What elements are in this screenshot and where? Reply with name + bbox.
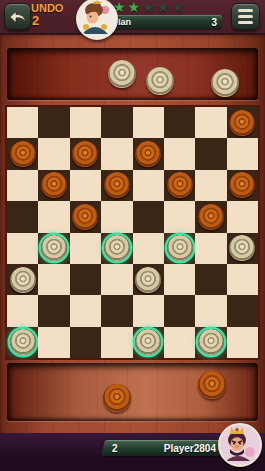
board-cell <box>164 327 195 358</box>
king-avatar-art <box>220 425 256 461</box>
board-cell[interactable] <box>164 233 195 264</box>
orange-checker[interactable] <box>167 172 193 198</box>
orange-checker[interactable] <box>72 141 98 167</box>
opponent-star-rating: ★★★★★ <box>113 0 186 14</box>
captured-cream-checker <box>146 67 174 95</box>
captured-tray-bottom <box>7 363 258 421</box>
board-cell[interactable] <box>195 264 226 295</box>
board-cell[interactable] <box>38 170 69 201</box>
board-cell[interactable] <box>101 107 132 138</box>
board-cell <box>195 295 226 326</box>
board-cell <box>164 138 195 169</box>
cream-checker-highlighted[interactable] <box>135 329 161 355</box>
board-cell[interactable] <box>227 233 258 264</box>
board-cell[interactable] <box>101 233 132 264</box>
board-cell[interactable] <box>7 327 38 358</box>
board-cell[interactable] <box>195 138 226 169</box>
queen-avatar-art <box>78 0 112 34</box>
board-cell <box>7 233 38 264</box>
board-cell[interactable] <box>7 264 38 295</box>
orange-checker[interactable] <box>135 141 161 167</box>
board-cell[interactable] <box>195 327 226 358</box>
board-cell <box>101 264 132 295</box>
cream-checker-highlighted[interactable] <box>104 235 130 261</box>
captured-orange-checker <box>103 384 131 412</box>
bottom-bar: 2 Player2804 <box>0 433 265 471</box>
board-cell <box>101 201 132 232</box>
board-cell[interactable] <box>101 170 132 201</box>
board-cell <box>164 201 195 232</box>
board-cell[interactable] <box>133 264 164 295</box>
board-cell <box>195 233 226 264</box>
board-cell <box>101 327 132 358</box>
board-cell <box>70 295 101 326</box>
cream-checker-highlighted[interactable] <box>10 329 36 355</box>
board-cell <box>133 233 164 264</box>
board-cell[interactable] <box>164 170 195 201</box>
captured-tray-top <box>7 48 258 100</box>
board-cell <box>38 264 69 295</box>
board-cell <box>7 295 38 326</box>
cream-checker-highlighted[interactable] <box>167 235 193 261</box>
board-cell <box>133 107 164 138</box>
board-frame <box>0 33 265 433</box>
player-banner: 2 Player2804 <box>101 440 226 456</box>
star-empty-icon: ★ <box>157 0 172 15</box>
board-cell <box>227 264 258 295</box>
undo-button[interactable] <box>4 3 31 30</box>
board-cell <box>38 138 69 169</box>
orange-checker[interactable] <box>72 204 98 230</box>
board-cell <box>38 327 69 358</box>
board-cell[interactable] <box>7 201 38 232</box>
captured-orange-checker <box>198 371 226 399</box>
cream-checker[interactable] <box>10 267 36 293</box>
star-filled-icon: ★ <box>128 0 143 15</box>
board-cell <box>227 138 258 169</box>
board-cell[interactable] <box>70 264 101 295</box>
board-cell <box>195 170 226 201</box>
player-captured-count: 2 <box>112 443 118 454</box>
checkers-game-screen: UNDO 2 ★★★★★ Ian 3 <box>0 0 265 471</box>
board-cell[interactable] <box>164 295 195 326</box>
board-cell[interactable] <box>7 138 38 169</box>
board-cell <box>101 138 132 169</box>
menu-button[interactable] <box>231 3 260 30</box>
cream-checker[interactable] <box>135 267 161 293</box>
board-cell[interactable] <box>195 201 226 232</box>
board-cell <box>7 107 38 138</box>
board-cell[interactable] <box>38 107 69 138</box>
board-cell[interactable] <box>70 327 101 358</box>
board-cell <box>70 107 101 138</box>
board-cell[interactable] <box>227 170 258 201</box>
board-cell[interactable] <box>133 201 164 232</box>
captured-cream-checker <box>211 69 239 97</box>
board-cell[interactable] <box>38 233 69 264</box>
board-cell <box>133 295 164 326</box>
cream-checker-highlighted[interactable] <box>41 235 67 261</box>
undo-icon <box>8 7 27 26</box>
board-cell <box>164 264 195 295</box>
board-cell[interactable] <box>133 138 164 169</box>
board-cell[interactable] <box>70 138 101 169</box>
board-cell <box>195 107 226 138</box>
orange-checker[interactable] <box>229 172 255 198</box>
star-empty-icon: ★ <box>171 0 186 15</box>
player-avatar[interactable] <box>218 423 262 467</box>
board-cell[interactable] <box>38 295 69 326</box>
hamburger-icon <box>238 9 253 24</box>
top-bar: UNDO 2 ★★★★★ Ian 3 <box>0 0 265 35</box>
board-cell <box>227 327 258 358</box>
cream-checker-highlighted[interactable] <box>198 329 224 355</box>
opponent-name: Ian <box>118 17 131 27</box>
board-cell <box>70 170 101 201</box>
orange-checker[interactable] <box>104 172 130 198</box>
board-cell <box>7 170 38 201</box>
board-cell <box>227 201 258 232</box>
cream-checker[interactable] <box>229 235 255 261</box>
board-cell <box>38 201 69 232</box>
board-cell <box>70 233 101 264</box>
board-cell[interactable] <box>133 327 164 358</box>
board-cell[interactable] <box>227 295 258 326</box>
undo-count: 2 <box>32 13 39 28</box>
board-cell[interactable] <box>70 201 101 232</box>
orange-checker[interactable] <box>198 204 224 230</box>
board-cell <box>133 170 164 201</box>
orange-checker[interactable] <box>41 172 67 198</box>
board <box>7 107 258 358</box>
board-cell[interactable] <box>164 107 195 138</box>
board-cell[interactable] <box>101 295 132 326</box>
orange-checker[interactable] <box>229 110 255 136</box>
captured-cream-checker <box>108 60 136 88</box>
opponent-captured-count: 3 <box>211 17 217 28</box>
player-name: Player2804 <box>164 443 216 454</box>
board-cell[interactable] <box>227 107 258 138</box>
orange-checker[interactable] <box>10 141 36 167</box>
opponent-avatar[interactable] <box>76 0 118 40</box>
star-empty-icon: ★ <box>142 0 157 15</box>
